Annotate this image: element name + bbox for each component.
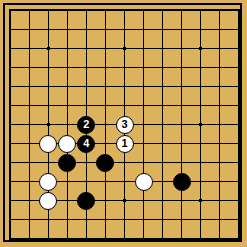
move-number: 3 [121, 119, 127, 130]
grid-line-vertical [219, 9, 220, 240]
stone-white[interactable] [39, 173, 57, 191]
star-point [123, 47, 126, 50]
star-point [199, 199, 202, 202]
go-diagram: 3124 [0, 0, 247, 247]
star-point [199, 123, 202, 126]
stone-white[interactable] [39, 192, 57, 210]
stone-white-move-1[interactable]: 1 [116, 135, 134, 153]
stone-black[interactable] [96, 154, 114, 172]
stone-black[interactable] [173, 173, 191, 191]
stone-white[interactable] [135, 173, 153, 191]
move-number: 4 [83, 138, 89, 149]
stone-black-move-4[interactable]: 4 [77, 135, 95, 153]
star-point [199, 47, 202, 50]
stone-white[interactable] [39, 135, 57, 153]
grid-line-horizontal [9, 219, 240, 220]
grid-line-horizontal [9, 162, 240, 163]
grid-line-vertical [238, 9, 240, 240]
stone-white[interactable] [58, 135, 76, 153]
star-point [123, 199, 126, 202]
stone-black[interactable] [77, 192, 95, 210]
grid-line-vertical [143, 9, 144, 240]
stone-white-move-3[interactable]: 3 [116, 116, 134, 134]
grid-line-vertical [162, 9, 163, 240]
star-point [47, 47, 50, 50]
move-number: 1 [121, 138, 127, 149]
go-board[interactable]: 3124 [10, 10, 239, 239]
stone-black[interactable] [58, 154, 76, 172]
star-point [47, 123, 50, 126]
grid-line-horizontal [9, 238, 240, 240]
grid-line-vertical [181, 9, 182, 240]
move-number: 2 [83, 119, 89, 130]
stone-black-move-2[interactable]: 2 [77, 116, 95, 134]
